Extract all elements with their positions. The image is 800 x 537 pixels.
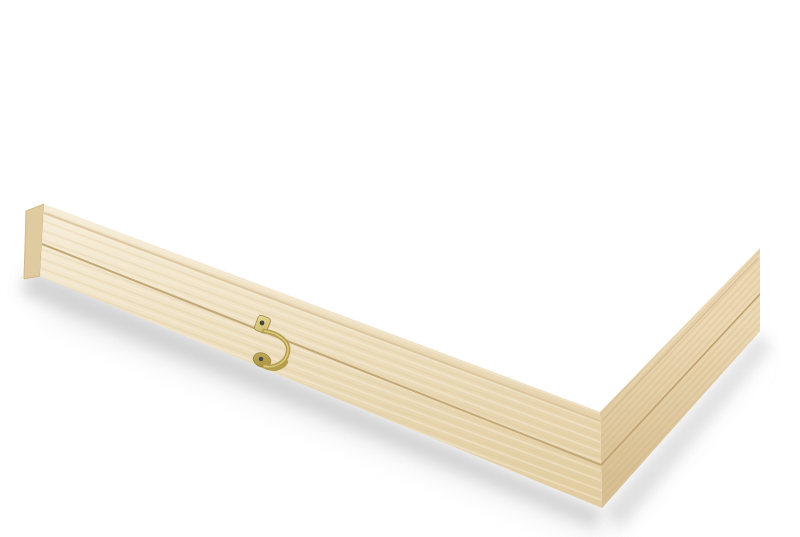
pieces-layer	[0, 0, 800, 537]
chess-box-scene	[0, 0, 800, 537]
